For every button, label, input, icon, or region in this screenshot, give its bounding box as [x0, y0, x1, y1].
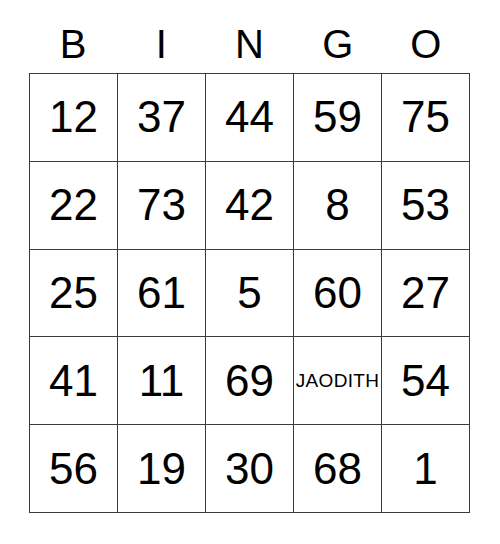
bingo-cell-r3c1[interactable]: 25	[30, 250, 118, 338]
bingo-cell-r3c4[interactable]: 60	[294, 250, 382, 338]
header-letter-i: I	[117, 24, 205, 64]
header-letter-n: N	[205, 24, 293, 64]
bingo-cell-r1c1[interactable]: 12	[30, 74, 118, 162]
bingo-header: B I N G O	[29, 0, 470, 73]
bingo-cell-r3c2[interactable]: 61	[118, 250, 206, 338]
bingo-cell-r2c5[interactable]: 53	[382, 162, 470, 250]
header-letter-b: B	[29, 24, 117, 64]
bingo-cell-r2c3[interactable]: 42	[206, 162, 294, 250]
bingo-cell-r4c1[interactable]: 41	[30, 337, 118, 425]
bingo-cell-r5c4[interactable]: 68	[294, 425, 382, 513]
bingo-cell-r2c1[interactable]: 22	[30, 162, 118, 250]
bingo-cell-r3c3[interactable]: 5	[206, 250, 294, 338]
bingo-card: B I N G O 123744597522734285325615602741…	[0, 0, 500, 544]
bingo-cell-r2c4[interactable]: 8	[294, 162, 382, 250]
bingo-cell-r1c5[interactable]: 75	[382, 74, 470, 162]
bingo-cell-r1c4[interactable]: 59	[294, 74, 382, 162]
bingo-cell-r1c2[interactable]: 37	[118, 74, 206, 162]
bingo-cell-r2c2[interactable]: 73	[118, 162, 206, 250]
header-letter-o: O	[382, 24, 470, 64]
bingo-cell-r5c5[interactable]: 1	[382, 425, 470, 513]
bingo-cell-r5c3[interactable]: 30	[206, 425, 294, 513]
bingo-cell-r1c3[interactable]: 44	[206, 74, 294, 162]
bingo-cell-r5c1[interactable]: 56	[30, 425, 118, 513]
bingo-cell-r4c5[interactable]: 54	[382, 337, 470, 425]
bingo-grid: 1237445975227342853256156027411169JAODIT…	[29, 73, 470, 513]
bingo-cell-r4c2[interactable]: 11	[118, 337, 206, 425]
header-letter-g: G	[294, 24, 382, 64]
bingo-cell-free-space[interactable]: JAODITH	[294, 337, 382, 425]
bingo-cell-r4c3[interactable]: 69	[206, 337, 294, 425]
bingo-cell-r3c5[interactable]: 27	[382, 250, 470, 338]
bingo-cell-r5c2[interactable]: 19	[118, 425, 206, 513]
